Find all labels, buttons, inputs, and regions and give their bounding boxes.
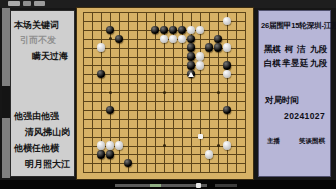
progress-track[interactable] [115, 184, 207, 187]
white-stone [160, 35, 169, 43]
go-board[interactable] [76, 7, 254, 180]
black-stone [223, 61, 232, 69]
white-stone [106, 141, 115, 149]
star-point [109, 91, 112, 94]
quote-line-5: 清风拂山岗 [25, 127, 70, 137]
black-stone [214, 43, 223, 51]
black-stone [160, 26, 169, 34]
playback-bar [0, 180, 336, 189]
white-stone [223, 17, 232, 25]
white-player-rank: 九段 [310, 58, 327, 70]
black-stone [187, 52, 196, 60]
window-button-2[interactable] [23, 1, 31, 6]
host-name: 笑谈围棋 [299, 137, 325, 146]
white-stone [223, 70, 232, 78]
black-stone [106, 26, 115, 34]
left-gutter-notch [2, 86, 10, 118]
white-label: 白棋 [264, 58, 281, 70]
grid-line-v [200, 12, 201, 173]
event-title: 26届围甲15轮深圳-江苏 [261, 21, 330, 31]
progress-knob[interactable] [196, 183, 201, 188]
grid-line-h [83, 163, 246, 164]
host-label: 主播 [267, 137, 280, 146]
grid-line-h [83, 101, 246, 102]
black-stone [97, 70, 106, 78]
star-point [217, 91, 220, 94]
white-stone [187, 26, 196, 34]
black-stone [106, 106, 115, 114]
black-stone [205, 43, 214, 51]
last-move-marker [188, 72, 194, 77]
black-stone [151, 26, 160, 34]
quote-line-2: 引而不发 [20, 35, 56, 45]
black-stone [214, 35, 223, 43]
annotation-marker [198, 134, 203, 139]
white-player-name: 芈昱廷 [282, 58, 309, 70]
white-stone [196, 26, 205, 34]
grid-line-h [83, 137, 246, 138]
black-stone [223, 106, 232, 114]
black-stone [178, 26, 187, 34]
game-time-label: 对局时间 [265, 95, 299, 107]
white-stone [169, 35, 178, 43]
star-point [109, 37, 112, 40]
black-player-name: 柯 洁 [285, 44, 306, 56]
game-info-panel: 26届围甲15轮深圳-江苏 黑棋 柯 洁 九段 白棋 芈昱廷 九段 对局时间 2… [258, 10, 331, 177]
white-stone [223, 141, 232, 149]
left-gutter [2, 8, 10, 178]
keywords-panel: 本场关键词引而不发瞒天过海他强由他强清风拂山岗他横任他横明月照大江 [10, 10, 75, 177]
white-stone [97, 43, 106, 51]
black-stone [187, 35, 196, 43]
black-stone [97, 150, 106, 158]
host-row: 主播 笑谈围棋 [267, 137, 325, 146]
white-player-row: 白棋 芈昱廷 九段 [264, 58, 327, 70]
star-point [163, 91, 166, 94]
quote-line-1: 本场关键词 [14, 20, 59, 30]
black-stone [106, 150, 115, 158]
quote-line-6: 他横任他横 [14, 143, 59, 153]
black-player-rank: 九段 [310, 44, 327, 56]
playback-info-right [215, 184, 237, 188]
white-stone [178, 35, 187, 43]
window-button-1[interactable] [8, 1, 20, 6]
grid-line-h [83, 119, 246, 120]
black-stone [187, 43, 196, 51]
white-stone [196, 52, 205, 60]
app-window: 本场关键词引而不发瞒天过海他强由他强清风拂山岗他横任他横明月照大江 26届围甲1… [0, 0, 336, 189]
star-point [163, 144, 166, 147]
game-date: 20241027 [284, 111, 325, 121]
window-button-3[interactable] [34, 1, 45, 6]
black-label: 黑棋 [264, 44, 281, 56]
white-stone [115, 141, 124, 149]
progress-segment [150, 184, 161, 187]
grid-line-v [236, 12, 237, 173]
grid-line-h [83, 172, 246, 173]
black-stone [169, 26, 178, 34]
white-stone [205, 150, 214, 158]
star-point [217, 144, 220, 147]
white-stone [97, 141, 106, 149]
quote-line-3: 瞒天过海 [32, 51, 68, 61]
grid-line-h [83, 128, 246, 129]
black-stone [115, 35, 124, 43]
quote-line-7: 明月照大江 [25, 159, 70, 169]
quote-line-4: 他强由他强 [14, 111, 59, 121]
grid-line-v [245, 12, 246, 173]
black-stone [124, 159, 133, 167]
black-player-row: 黑棋 柯 洁 九段 [264, 44, 327, 56]
black-stone [187, 61, 196, 69]
white-stone [223, 43, 232, 51]
grid-line-v [209, 12, 210, 173]
white-stone [196, 61, 205, 69]
